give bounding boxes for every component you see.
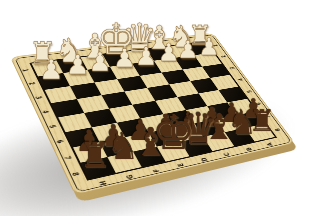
- chess-set-photo: HGFEDCBA 12345678 12345678 ♜♞♝♚♛♝♞♜♟♟♟♟♟…: [0, 0, 310, 216]
